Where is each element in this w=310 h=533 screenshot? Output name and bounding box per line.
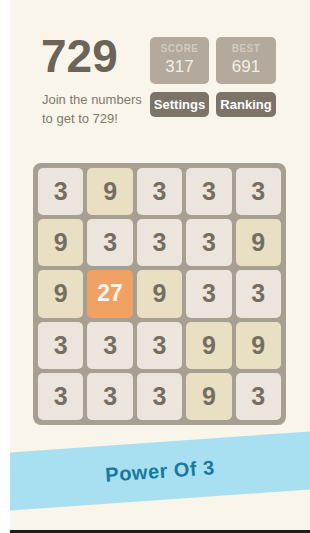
tile-r4c1: 3 (38, 322, 83, 369)
tile-r3c2: 27 (87, 270, 132, 317)
best-box: BEST 691 (216, 37, 276, 84)
tile-r1c4: 3 (186, 168, 231, 215)
tile-r5c5: 3 (236, 373, 281, 420)
tile-r5c4: 9 (186, 373, 231, 420)
tile-r2c4: 3 (186, 219, 231, 266)
app-screen: 729 Join the numbers to get to 729! SCOR… (10, 0, 310, 533)
subtitle-line1: Join the numbers (42, 92, 142, 107)
tile-r1c3: 3 (137, 168, 182, 215)
banner-label: Power Of 3 (105, 456, 216, 487)
tile-r4c3: 3 (137, 322, 182, 369)
score-box: SCORE 317 (150, 37, 209, 84)
banner-ribbon: Power Of 3 (10, 430, 310, 513)
tile-r3c5: 3 (236, 270, 281, 317)
tile-r1c1: 3 (38, 168, 83, 215)
score-label: SCORE (150, 43, 209, 54)
tile-r1c5: 3 (236, 168, 281, 215)
tile-r4c4: 9 (186, 322, 231, 369)
tile-r2c1: 9 (38, 219, 83, 266)
tile-r4c2: 3 (87, 322, 132, 369)
best-value: 691 (216, 57, 276, 77)
tile-r2c3: 3 (137, 219, 182, 266)
best-label: BEST (216, 43, 276, 54)
tile-r5c2: 3 (87, 373, 132, 420)
subtitle-line2: to get to 729! (42, 111, 118, 126)
score-value: 317 (150, 57, 209, 77)
tile-r3c4: 3 (186, 270, 231, 317)
game-board[interactable]: 39333933399279333339933393 (33, 163, 286, 425)
tile-r5c1: 3 (38, 373, 83, 420)
tile-r3c3: 9 (137, 270, 182, 317)
tile-r2c5: 9 (236, 219, 281, 266)
tile-r3c1: 9 (38, 270, 83, 317)
settings-button[interactable]: Settings (150, 92, 209, 117)
app-title: 729 (41, 33, 118, 79)
tile-r2c2: 3 (87, 219, 132, 266)
tile-r1c2: 9 (87, 168, 132, 215)
tile-r5c3: 3 (137, 373, 182, 420)
ranking-button[interactable]: Ranking (216, 92, 276, 117)
tile-r4c5: 9 (236, 322, 281, 369)
subtitle: Join the numbers to get to 729! (42, 90, 152, 128)
